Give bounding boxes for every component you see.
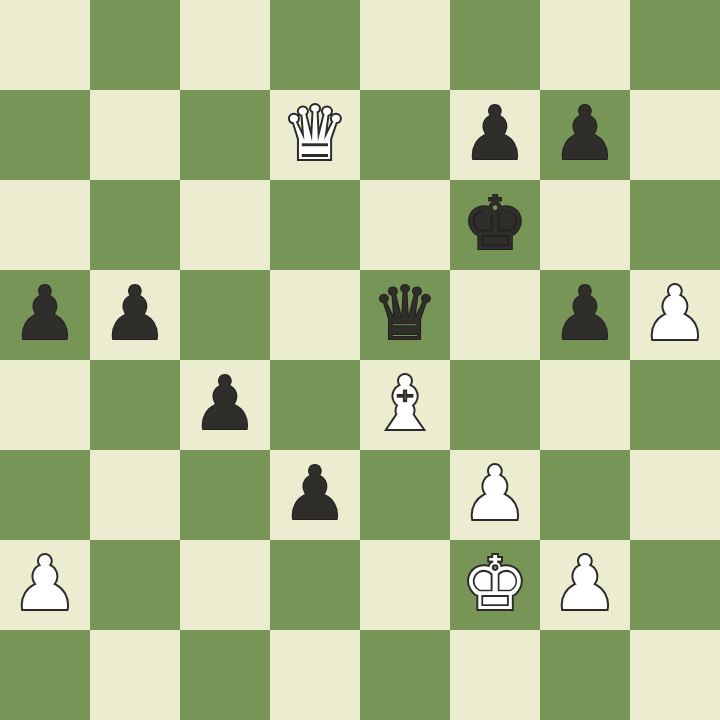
square-h5[interactable]: ♟ [630,270,720,360]
square-c2[interactable] [180,540,270,630]
white-pawn[interactable]: ♟ [12,538,78,628]
square-d1[interactable] [270,630,360,720]
square-h6[interactable] [630,180,720,270]
square-f1[interactable] [450,630,540,720]
square-g1[interactable] [540,630,630,720]
square-g7[interactable]: ♟ [540,90,630,180]
square-d2[interactable] [270,540,360,630]
square-g2[interactable]: ♟ [540,540,630,630]
square-b1[interactable] [90,630,180,720]
black-pawn[interactable]: ♟ [102,268,168,358]
square-b3[interactable] [90,450,180,540]
black-pawn[interactable]: ♟ [462,88,528,178]
black-pawn[interactable]: ♟ [12,268,78,358]
square-g4[interactable] [540,360,630,450]
square-a2[interactable]: ♟ [0,540,90,630]
square-c3[interactable] [180,450,270,540]
square-d5[interactable] [270,270,360,360]
chess-board: ♛♟♟♚♟♟♛♟♟♟♝♟♟♟♚♟ [0,0,720,720]
white-king[interactable]: ♚ [462,538,528,628]
square-a5[interactable]: ♟ [0,270,90,360]
square-d3[interactable]: ♟ [270,450,360,540]
black-queen[interactable]: ♛ [372,268,438,358]
black-pawn[interactable]: ♟ [552,88,618,178]
square-a8[interactable] [0,0,90,90]
black-pawn[interactable]: ♟ [192,358,258,448]
black-pawn[interactable]: ♟ [282,448,348,538]
square-f6[interactable]: ♚ [450,180,540,270]
square-b5[interactable]: ♟ [90,270,180,360]
square-a3[interactable] [0,450,90,540]
square-g3[interactable] [540,450,630,540]
square-e8[interactable] [360,0,450,90]
square-b7[interactable] [90,90,180,180]
white-pawn[interactable]: ♟ [462,448,528,538]
square-c1[interactable] [180,630,270,720]
square-f8[interactable] [450,0,540,90]
black-king[interactable]: ♚ [462,178,528,268]
square-b4[interactable] [90,360,180,450]
square-b6[interactable] [90,180,180,270]
square-g5[interactable]: ♟ [540,270,630,360]
square-b8[interactable] [90,0,180,90]
square-f4[interactable] [450,360,540,450]
square-e2[interactable] [360,540,450,630]
square-d6[interactable] [270,180,360,270]
square-b2[interactable] [90,540,180,630]
square-a6[interactable] [0,180,90,270]
chess-board-container: ♛♟♟♚♟♟♛♟♟♟♝♟♟♟♚♟ [0,0,720,720]
square-e7[interactable] [360,90,450,180]
square-e6[interactable] [360,180,450,270]
black-pawn[interactable]: ♟ [552,268,618,358]
square-a7[interactable] [0,90,90,180]
square-d7[interactable]: ♛ [270,90,360,180]
square-g6[interactable] [540,180,630,270]
square-e1[interactable] [360,630,450,720]
square-e3[interactable] [360,450,450,540]
square-g8[interactable] [540,0,630,90]
white-pawn[interactable]: ♟ [552,538,618,628]
square-h4[interactable] [630,360,720,450]
square-h1[interactable] [630,630,720,720]
white-pawn[interactable]: ♟ [642,268,708,358]
square-c7[interactable] [180,90,270,180]
square-h7[interactable] [630,90,720,180]
square-c6[interactable] [180,180,270,270]
square-h8[interactable] [630,0,720,90]
square-e4[interactable]: ♝ [360,360,450,450]
square-c5[interactable] [180,270,270,360]
square-c4[interactable]: ♟ [180,360,270,450]
white-queen[interactable]: ♛ [282,88,348,178]
square-f7[interactable]: ♟ [450,90,540,180]
square-d8[interactable] [270,0,360,90]
square-e5[interactable]: ♛ [360,270,450,360]
square-f3[interactable]: ♟ [450,450,540,540]
square-a1[interactable] [0,630,90,720]
square-a4[interactable] [0,360,90,450]
square-d4[interactable] [270,360,360,450]
square-h2[interactable] [630,540,720,630]
square-c8[interactable] [180,0,270,90]
square-f5[interactable] [450,270,540,360]
square-h3[interactable] [630,450,720,540]
white-bishop[interactable]: ♝ [372,358,438,448]
square-f2[interactable]: ♚ [450,540,540,630]
